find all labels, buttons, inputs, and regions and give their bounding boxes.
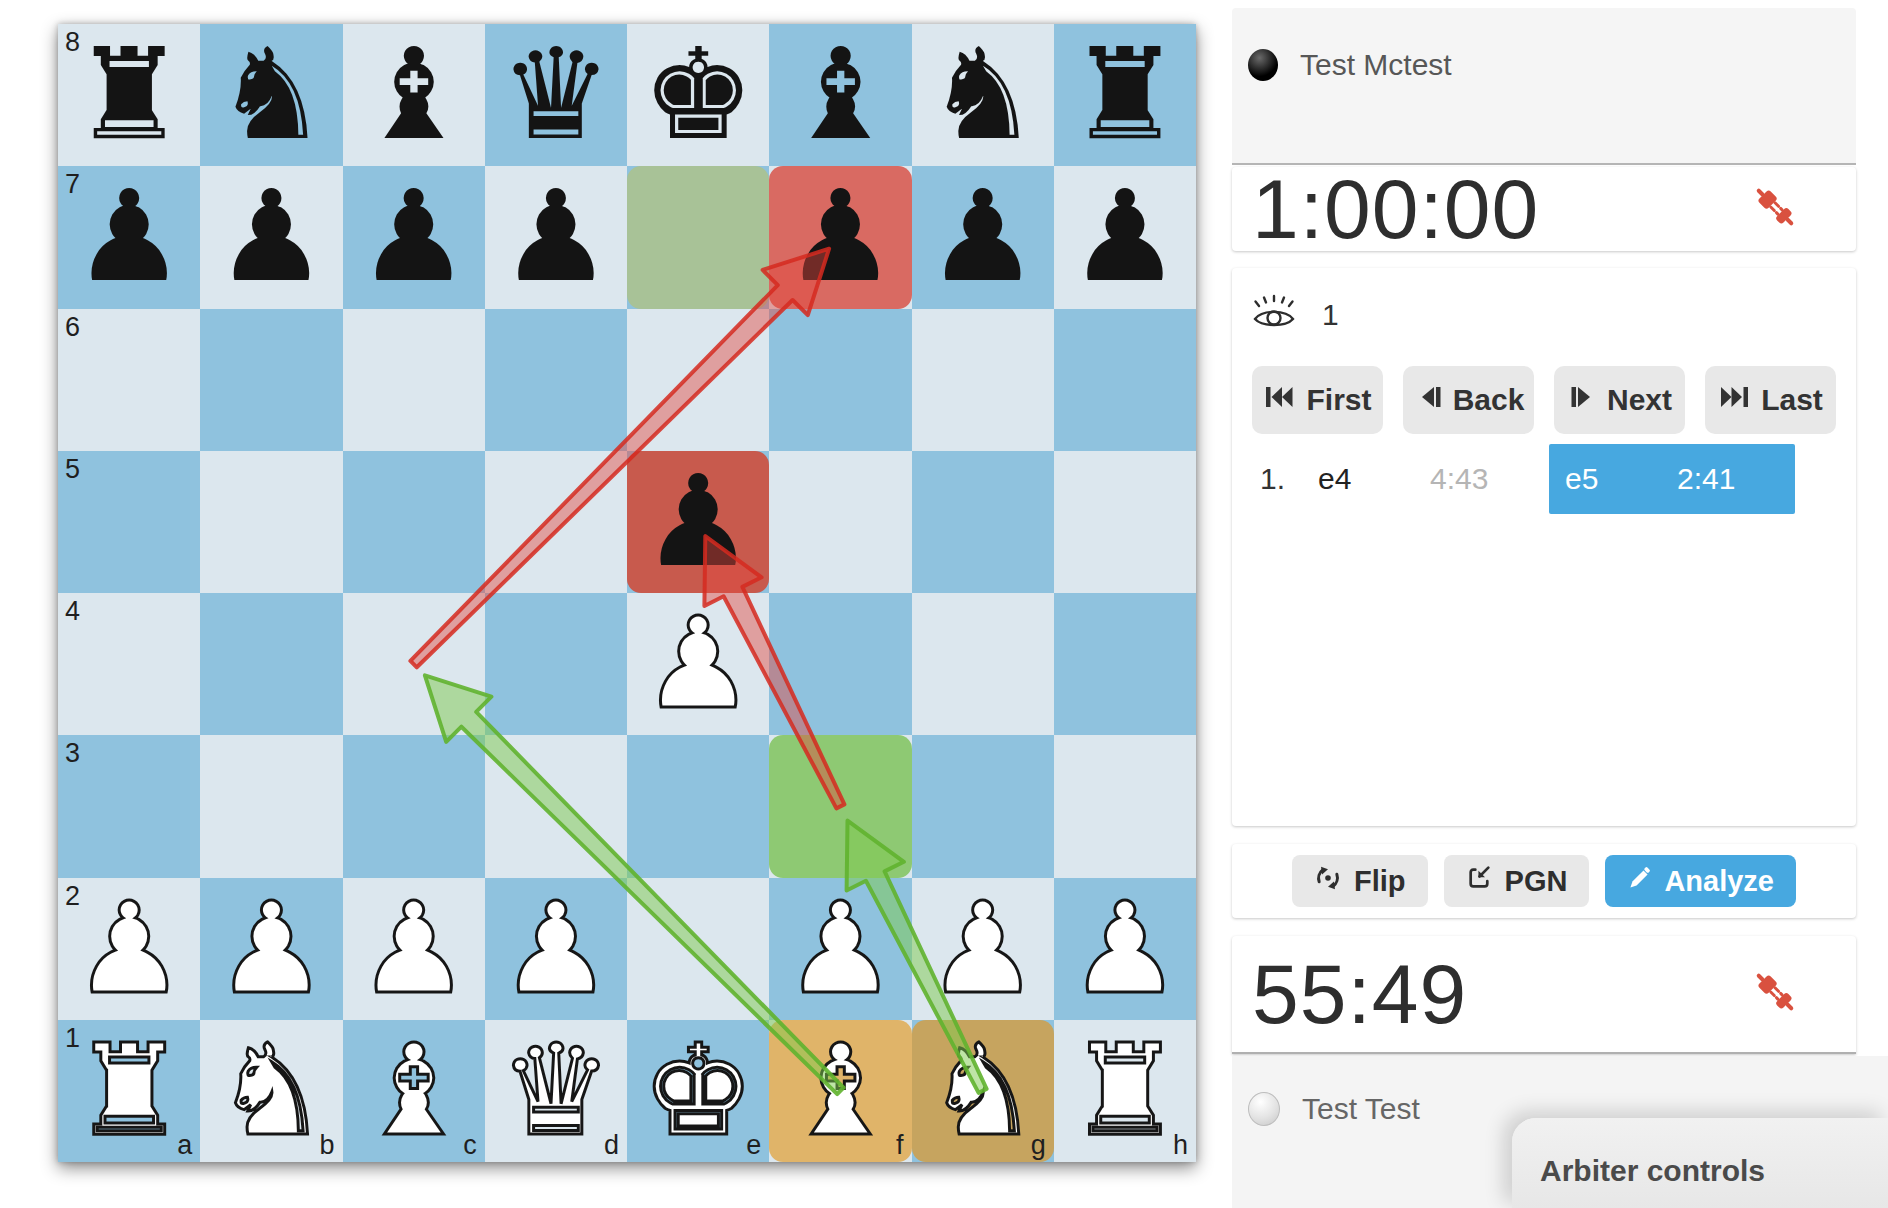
export-box-icon bbox=[1466, 864, 1493, 898]
move-white-san[interactable]: e4 bbox=[1318, 462, 1351, 496]
back-button-label: Back bbox=[1453, 383, 1525, 417]
coord-file-g: g bbox=[1031, 1130, 1046, 1161]
coord-rank-3: 3 bbox=[65, 738, 80, 769]
piece-black-king-e8[interactable]: ♚ bbox=[627, 24, 769, 166]
coord-file-e: e bbox=[746, 1130, 761, 1161]
square-g5[interactable] bbox=[912, 451, 1054, 593]
square-a3[interactable]: 3 bbox=[58, 735, 200, 877]
first-move-button[interactable]: First bbox=[1252, 366, 1383, 434]
pencil-icon bbox=[1627, 865, 1652, 898]
chess-board[interactable]: 8♜♞♝♛♚♝♞♜7♟♟♟♟♟♟♟65♟4♟32♟♟♟♟♟♟♟1a♜b♞c♝d♛… bbox=[58, 24, 1196, 1162]
piece-black-pawn-g7[interactable]: ♟ bbox=[912, 166, 1054, 308]
piece-white-pawn-e4[interactable]: ♟ bbox=[627, 593, 769, 735]
piece-white-bishop-f1[interactable]: ♝ bbox=[769, 1020, 911, 1162]
piece-black-pawn-c7[interactable]: ♟ bbox=[343, 166, 485, 308]
square-a7[interactable]: 7♟ bbox=[58, 166, 200, 308]
piece-white-pawn-b2[interactable]: ♟ bbox=[200, 878, 342, 1020]
back-move-button[interactable]: Back bbox=[1403, 366, 1534, 434]
piece-black-queen-d8[interactable]: ♛ bbox=[485, 24, 627, 166]
first-button-label: First bbox=[1306, 383, 1371, 417]
disconnected-plug-icon bbox=[1750, 182, 1800, 236]
square-d3[interactable] bbox=[485, 735, 627, 877]
coord-file-h: h bbox=[1173, 1130, 1188, 1161]
square-c6[interactable] bbox=[343, 309, 485, 451]
piece-black-knight-b8[interactable]: ♞ bbox=[200, 24, 342, 166]
coord-file-c: c bbox=[463, 1130, 477, 1161]
square-d4[interactable] bbox=[485, 593, 627, 735]
square-g7[interactable]: ♟ bbox=[912, 166, 1054, 308]
skip-to-end-icon bbox=[1718, 383, 1751, 417]
square-b8[interactable]: ♞ bbox=[200, 24, 342, 166]
square-c8[interactable]: ♝ bbox=[343, 24, 485, 166]
square-c4[interactable] bbox=[343, 593, 485, 735]
flip-button-label: Flip bbox=[1354, 865, 1406, 898]
square-f5[interactable] bbox=[769, 451, 911, 593]
move-black-cell-selected[interactable]: e5 2:41 bbox=[1549, 444, 1795, 514]
square-b5[interactable] bbox=[200, 451, 342, 593]
piece-black-pawn-h7[interactable]: ♟ bbox=[1054, 166, 1196, 308]
square-f8[interactable]: ♝ bbox=[769, 24, 911, 166]
square-a8[interactable]: 8♜ bbox=[58, 24, 200, 166]
piece-black-pawn-d7[interactable]: ♟ bbox=[485, 166, 627, 308]
step-forward-icon bbox=[1567, 383, 1597, 417]
arbiter-controls-panel[interactable]: Arbiter controls bbox=[1512, 1118, 1888, 1208]
square-e7[interactable] bbox=[627, 166, 769, 308]
disconnected-plug-icon bbox=[1750, 967, 1800, 1021]
square-f3[interactable] bbox=[769, 735, 911, 877]
bottom-player-clock-card: 55:49 bbox=[1232, 936, 1856, 1054]
square-b4[interactable] bbox=[200, 593, 342, 735]
spectator-count: 1 bbox=[1322, 298, 1339, 332]
square-b3[interactable] bbox=[200, 735, 342, 877]
piece-white-pawn-h2[interactable]: ♟ bbox=[1054, 878, 1196, 1020]
square-e1[interactable]: e♚ bbox=[627, 1020, 769, 1162]
board-actions-card: Flip PGN Analyze bbox=[1232, 844, 1856, 918]
coord-file-d: d bbox=[604, 1130, 619, 1161]
square-e2[interactable] bbox=[627, 878, 769, 1020]
rotate-icon bbox=[1314, 864, 1342, 899]
eye-icon bbox=[1252, 294, 1296, 336]
coord-rank-6: 6 bbox=[65, 312, 80, 343]
square-f7[interactable]: ♟ bbox=[769, 166, 911, 308]
square-c1[interactable]: c♝ bbox=[343, 1020, 485, 1162]
white-player-color-dot bbox=[1248, 1092, 1280, 1126]
square-e6[interactable] bbox=[627, 309, 769, 451]
square-e5[interactable]: ♟ bbox=[627, 451, 769, 593]
square-f2[interactable]: ♟ bbox=[769, 878, 911, 1020]
square-a5[interactable]: 5 bbox=[58, 451, 200, 593]
square-d1[interactable]: d♛ bbox=[485, 1020, 627, 1162]
coord-file-f: f bbox=[896, 1130, 904, 1161]
top-player-clock: 1:00:00 bbox=[1252, 161, 1539, 258]
top-player-clock-card: 1:00:00 bbox=[1232, 167, 1856, 251]
square-h7[interactable]: ♟ bbox=[1054, 166, 1196, 308]
square-h3[interactable] bbox=[1054, 735, 1196, 877]
skip-to-start-icon bbox=[1263, 383, 1296, 417]
piece-black-pawn-b7[interactable]: ♟ bbox=[200, 166, 342, 308]
square-g6[interactable] bbox=[912, 309, 1054, 451]
square-h1[interactable]: h♜ bbox=[1054, 1020, 1196, 1162]
piece-black-pawn-e5[interactable]: ♟ bbox=[627, 451, 769, 593]
square-g8[interactable]: ♞ bbox=[912, 24, 1054, 166]
step-back-icon bbox=[1413, 383, 1443, 417]
pgn-button[interactable]: PGN bbox=[1444, 855, 1590, 907]
analyze-button-label: Analyze bbox=[1664, 865, 1774, 898]
bottom-player-row: Test Test bbox=[1248, 1092, 1420, 1126]
piece-black-knight-g8[interactable]: ♞ bbox=[912, 24, 1054, 166]
analyze-button[interactable]: Analyze bbox=[1605, 855, 1796, 907]
square-c7[interactable]: ♟ bbox=[343, 166, 485, 308]
square-b7[interactable]: ♟ bbox=[200, 166, 342, 308]
coord-rank-5: 5 bbox=[65, 454, 80, 485]
game-controls-card: 1 First Back Next Last 1. e4 4:43 e5 2:4… bbox=[1232, 268, 1856, 826]
square-g3[interactable] bbox=[912, 735, 1054, 877]
square-e4[interactable]: ♟ bbox=[627, 593, 769, 735]
coord-file-a: a bbox=[177, 1130, 192, 1161]
bottom-player-name: Test Test bbox=[1302, 1092, 1420, 1126]
highlight-f3 bbox=[769, 735, 911, 877]
piece-white-pawn-g2[interactable]: ♟ bbox=[912, 878, 1054, 1020]
square-g1[interactable]: g♞ bbox=[912, 1020, 1054, 1162]
square-h6[interactable] bbox=[1054, 309, 1196, 451]
next-button-label: Next bbox=[1607, 383, 1672, 417]
move-number: 1. bbox=[1260, 462, 1285, 496]
move-black-time: 2:41 bbox=[1677, 462, 1735, 496]
move-nav-row: First Back Next Last bbox=[1232, 366, 1856, 434]
coord-rank-2: 2 bbox=[65, 881, 80, 912]
piece-black-bishop-c8[interactable]: ♝ bbox=[343, 24, 485, 166]
square-a1[interactable]: 1a♜ bbox=[58, 1020, 200, 1162]
piece-white-pawn-f2[interactable]: ♟ bbox=[769, 878, 911, 1020]
square-f1[interactable]: f♝ bbox=[769, 1020, 911, 1162]
piece-black-bishop-f8[interactable]: ♝ bbox=[769, 24, 911, 166]
square-d5[interactable] bbox=[485, 451, 627, 593]
move-black-san: e5 bbox=[1565, 462, 1598, 496]
square-d7[interactable]: ♟ bbox=[485, 166, 627, 308]
piece-white-pawn-d2[interactable]: ♟ bbox=[485, 878, 627, 1020]
piece-black-pawn-f7[interactable]: ♟ bbox=[769, 166, 911, 308]
square-h8[interactable]: ♜ bbox=[1054, 24, 1196, 166]
square-d2[interactable]: ♟ bbox=[485, 878, 627, 1020]
square-h5[interactable] bbox=[1054, 451, 1196, 593]
square-b6[interactable] bbox=[200, 309, 342, 451]
top-player-bar: Test Mctest bbox=[1232, 8, 1856, 165]
square-a6[interactable]: 6 bbox=[58, 309, 200, 451]
piece-black-rook-h8[interactable]: ♜ bbox=[1054, 24, 1196, 166]
spectators: 1 bbox=[1252, 294, 1339, 336]
bottom-player-clock: 55:49 bbox=[1252, 946, 1467, 1043]
last-button-label: Last bbox=[1761, 383, 1823, 417]
square-c5[interactable] bbox=[343, 451, 485, 593]
move-white-time: 4:43 bbox=[1430, 462, 1488, 496]
square-e3[interactable] bbox=[627, 735, 769, 877]
square-d6[interactable] bbox=[485, 309, 627, 451]
square-h2[interactable]: ♟ bbox=[1054, 878, 1196, 1020]
square-h4[interactable] bbox=[1054, 593, 1196, 735]
coord-rank-4: 4 bbox=[65, 596, 80, 627]
coord-rank-8: 8 bbox=[65, 27, 80, 58]
move-list-row: 1. e4 4:43 e5 2:41 bbox=[1232, 444, 1856, 514]
next-move-button[interactable]: Next bbox=[1554, 366, 1685, 434]
square-a4[interactable]: 4 bbox=[58, 593, 200, 735]
piece-white-pawn-c2[interactable]: ♟ bbox=[343, 878, 485, 1020]
coord-rank-7: 7 bbox=[65, 169, 80, 200]
pgn-button-label: PGN bbox=[1505, 865, 1568, 898]
square-b1[interactable]: b♞ bbox=[200, 1020, 342, 1162]
arbiter-controls-title: Arbiter controls bbox=[1540, 1154, 1888, 1188]
highlight-e7 bbox=[627, 166, 769, 308]
flip-board-button[interactable]: Flip bbox=[1292, 855, 1428, 907]
top-player-row: Test Mctest bbox=[1248, 48, 1452, 82]
coord-rank-1: 1 bbox=[65, 1023, 80, 1054]
square-d8[interactable]: ♛ bbox=[485, 24, 627, 166]
square-g4[interactable] bbox=[912, 593, 1054, 735]
square-f4[interactable] bbox=[769, 593, 911, 735]
square-b2[interactable]: ♟ bbox=[200, 878, 342, 1020]
square-g2[interactable]: ♟ bbox=[912, 878, 1054, 1020]
coord-file-b: b bbox=[319, 1130, 334, 1161]
square-e8[interactable]: ♚ bbox=[627, 24, 769, 166]
square-c3[interactable] bbox=[343, 735, 485, 877]
top-player-name: Test Mctest bbox=[1300, 48, 1452, 82]
black-player-color-dot bbox=[1248, 49, 1278, 81]
square-f6[interactable] bbox=[769, 309, 911, 451]
square-a2[interactable]: 2♟ bbox=[58, 878, 200, 1020]
last-move-button[interactable]: Last bbox=[1705, 366, 1836, 434]
square-c2[interactable]: ♟ bbox=[343, 878, 485, 1020]
